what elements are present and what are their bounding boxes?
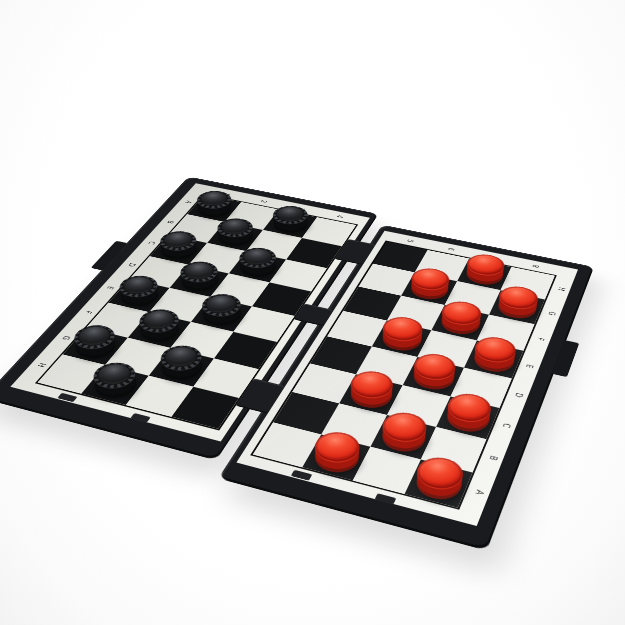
case-clip	[57, 392, 78, 402]
red-checker	[494, 293, 540, 321]
black-checker	[87, 368, 142, 401]
square-E5	[310, 336, 372, 374]
case-clip	[290, 469, 312, 480]
latch-tab-right	[551, 339, 579, 376]
red-checker	[410, 463, 466, 503]
case-clip	[374, 493, 396, 504]
case-clip	[130, 412, 151, 422]
black-checker	[212, 224, 258, 248]
black-checker	[196, 300, 246, 328]
red-checker	[408, 360, 458, 392]
product-photo: 1234 ABCDEFGH 5678 HGFEDCBA	[0, 0, 625, 625]
open-checkers-case: 1234 ABCDEFGH 5678 HGFEDCBA	[0, 176, 597, 533]
red-checker	[462, 261, 507, 287]
coordinate-label: D	[501, 377, 533, 411]
red-checker	[308, 438, 364, 476]
black-checker	[114, 281, 164, 308]
